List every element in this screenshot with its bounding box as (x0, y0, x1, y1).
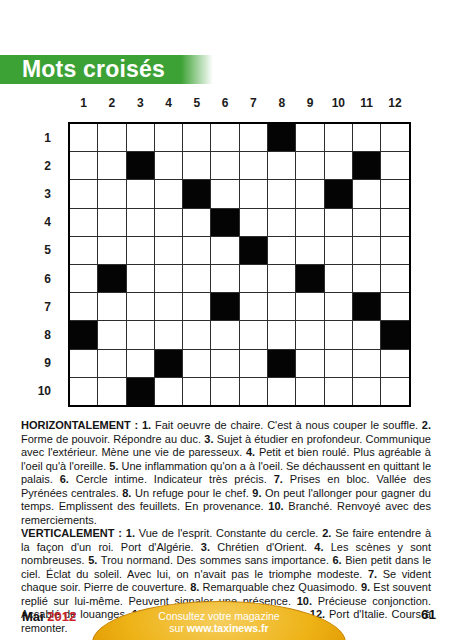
grid-cell[interactable] (381, 378, 408, 405)
grid-cell[interactable] (70, 237, 97, 264)
grid-cell[interactable] (70, 293, 97, 320)
promo-prefix: sur (169, 622, 187, 634)
clue-text: Trou normand. Des sommes sans importance… (101, 554, 333, 566)
col-label: 4 (155, 96, 182, 110)
clue-number: 6. (333, 554, 346, 566)
issue-date: Mai 2012 (22, 609, 76, 624)
clue-number: 1. (126, 527, 139, 539)
grid-cell[interactable] (381, 293, 408, 320)
grid-cell[interactable] (183, 209, 210, 236)
grid-cell[interactable] (70, 265, 97, 292)
grid-cell[interactable] (381, 350, 408, 377)
grid-cell[interactable] (127, 180, 154, 207)
grid-cell[interactable] (240, 180, 267, 207)
grid-cell[interactable] (155, 293, 182, 320)
grid-cell-black (155, 350, 182, 377)
grid-cell[interactable] (240, 265, 267, 292)
grid-cell-black (211, 209, 238, 236)
col-label: 8 (268, 96, 295, 110)
row-label: 6 (30, 265, 60, 292)
clue-text: Un refuge pour le chef. (135, 487, 252, 499)
row-label: 2 (30, 152, 60, 179)
clue-number: 7. (368, 568, 383, 580)
grid-cell[interactable] (381, 237, 408, 264)
grid-cell[interactable] (240, 209, 267, 236)
clue-text: Forme de pouvoir. Répondre au duc. (21, 433, 204, 445)
grid-cell[interactable] (268, 265, 295, 292)
grid-cell[interactable] (268, 293, 295, 320)
grid-cell[interactable] (183, 350, 210, 377)
grid-cell[interactable] (98, 237, 125, 264)
grid-cell[interactable] (127, 321, 154, 348)
grid-cell[interactable] (98, 293, 125, 320)
clue-number: 3. (201, 541, 217, 553)
grid-cell[interactable] (268, 152, 295, 179)
grid-cell[interactable] (381, 209, 408, 236)
grid-cell[interactable] (381, 152, 408, 179)
col-label: 2 (98, 96, 125, 110)
grid-cell[interactable] (183, 237, 210, 264)
grid-cell[interactable] (353, 180, 380, 207)
grid-row-labels: 12345678910 (30, 124, 60, 405)
clue-number: 2. (422, 419, 431, 431)
grid-cell[interactable] (353, 209, 380, 236)
clue-number: 8. (190, 581, 202, 593)
grid-cell-black (127, 152, 154, 179)
col-label: 7 (240, 96, 267, 110)
grid-cell[interactable] (98, 321, 125, 348)
clue-text: Fait oeuvre de chaire. C'est à nous coup… (155, 419, 422, 431)
grid-cell[interactable] (381, 124, 408, 151)
grid-cell[interactable] (127, 237, 154, 264)
grid-cell[interactable] (353, 124, 380, 151)
grid-cell-black (183, 180, 210, 207)
grid-cell[interactable] (325, 265, 352, 292)
row-label: 10 (30, 378, 60, 405)
grid-cell[interactable] (381, 180, 408, 207)
grid-cell[interactable] (211, 350, 238, 377)
grid-cell[interactable] (296, 152, 323, 179)
grid-cell[interactable] (98, 350, 125, 377)
grid-cell[interactable] (353, 321, 380, 348)
grid-cell-black (325, 180, 352, 207)
col-label: 3 (127, 96, 154, 110)
grid-cell[interactable] (325, 209, 352, 236)
grid-cell[interactable] (240, 378, 267, 405)
grid-cell-black (296, 265, 323, 292)
row-label: 5 (30, 237, 60, 264)
clue-number: 2. (322, 527, 335, 539)
grid-cell[interactable] (98, 124, 125, 151)
grid-cell[interactable] (70, 378, 97, 405)
grid-cell[interactable] (211, 321, 238, 348)
col-label: 11 (353, 96, 380, 110)
grid-cell-black (353, 293, 380, 320)
magazine-page: Mots croisés 123456789101112 12345678910… (0, 0, 451, 640)
grid-cell[interactable] (353, 237, 380, 264)
grid-cell[interactable] (155, 237, 182, 264)
grid-cell[interactable] (211, 237, 238, 264)
down-label: VERTICALEMENT : (21, 527, 126, 539)
promo-text: Consultez votre magazine (93, 610, 345, 622)
clue-number: 9. (252, 487, 265, 499)
grid-cell[interactable] (381, 265, 408, 292)
grid-cell[interactable] (296, 350, 323, 377)
clue-text: Remarquable chez Quasimodo. (203, 581, 361, 593)
grid-cell[interactable] (98, 378, 125, 405)
grid-cell-black (268, 350, 295, 377)
col-label: 5 (183, 96, 210, 110)
grid-cell[interactable] (98, 152, 125, 179)
grid-cell-black (240, 237, 267, 264)
clue-number: 5. (88, 554, 101, 566)
grid-cell[interactable] (127, 293, 154, 320)
clue-number: 4. (246, 446, 259, 458)
grid-cell[interactable] (155, 180, 182, 207)
grid-cell[interactable] (240, 152, 267, 179)
clue-number: 10. (268, 500, 288, 512)
grid-cell[interactable] (240, 124, 267, 151)
grid-cell[interactable] (325, 321, 352, 348)
grid-cell[interactable] (155, 265, 182, 292)
col-label: 6 (211, 96, 238, 110)
row-label: 4 (30, 209, 60, 236)
promo-text-2: sur www.taxinews.fr (93, 622, 345, 634)
grid-cell[interactable] (183, 124, 210, 151)
grid-cell[interactable] (353, 378, 380, 405)
grid-cell[interactable] (70, 180, 97, 207)
grid-cell-black (211, 293, 238, 320)
grid-cell[interactable] (155, 124, 182, 151)
promo-url: www.taxinews.fr (187, 622, 269, 634)
grid-cell[interactable] (211, 124, 238, 151)
grid-cell[interactable] (296, 180, 323, 207)
page-number: 61 (421, 607, 436, 622)
issue-year: 2012 (47, 609, 76, 624)
grid-cell-black (353, 152, 380, 179)
section-banner: Mots croisés (0, 55, 213, 84)
grid-cell[interactable] (183, 378, 210, 405)
grid-cell[interactable] (127, 124, 154, 151)
grid-cell[interactable] (296, 209, 323, 236)
grid-cell[interactable] (155, 209, 182, 236)
grid-cell[interactable] (240, 350, 267, 377)
grid-cell[interactable] (296, 293, 323, 320)
grid-cell[interactable] (268, 209, 295, 236)
clue-number: 3. (204, 433, 216, 445)
clue-number: 8. (122, 487, 135, 499)
grid-cell-black (98, 265, 125, 292)
clue-number: 6. (60, 473, 76, 485)
row-label: 7 (30, 293, 60, 320)
grid-cell[interactable] (211, 378, 238, 405)
col-label: 12 (381, 96, 408, 110)
grid-cell[interactable] (155, 321, 182, 348)
grid-cell[interactable] (325, 152, 352, 179)
grid-cell[interactable] (183, 152, 210, 179)
grid-cell[interactable] (98, 180, 125, 207)
grid-cell[interactable] (240, 293, 267, 320)
clue-text: Cercle intime. Indicateur très précis. (76, 473, 274, 485)
grid-cell[interactable] (183, 265, 210, 292)
grid-cell[interactable] (296, 237, 323, 264)
row-label: 8 (30, 321, 60, 348)
grid-cell[interactable] (211, 180, 238, 207)
clue-number: 1. (142, 419, 155, 431)
grid-cell[interactable] (296, 378, 323, 405)
crossword-grid (68, 122, 411, 407)
clue-text: Vue de l'esprit. Constante du cercle. (139, 527, 322, 539)
across-label: HORIZONTALEMENT : (21, 419, 142, 431)
grid-cell[interactable] (296, 321, 323, 348)
grid-cell[interactable] (353, 265, 380, 292)
grid-cell[interactable] (296, 124, 323, 151)
page-title: Mots croisés (0, 55, 165, 84)
clue-number: 5. (109, 460, 121, 472)
clue-number: 4. (314, 541, 330, 553)
grid-cell[interactable] (211, 265, 238, 292)
grid-cell[interactable] (211, 152, 238, 179)
row-label: 9 (30, 350, 60, 377)
grid-cell[interactable] (268, 321, 295, 348)
grid-cell[interactable] (127, 209, 154, 236)
across-clues: HORIZONTALEMENT : 1. Fait oeuvre de chai… (21, 419, 431, 527)
grid-cell-black (268, 124, 295, 151)
grid-cell[interactable] (325, 237, 352, 264)
clue-number: 9. (361, 581, 373, 593)
grid-cell[interactable] (240, 321, 267, 348)
grid-cell-black (381, 321, 408, 348)
grid-cell[interactable] (70, 350, 97, 377)
grid-cell[interactable] (325, 378, 352, 405)
clue-number: 10. (297, 595, 318, 607)
grid-cell-black (127, 378, 154, 405)
grid-cell[interactable] (98, 209, 125, 236)
grid-cell[interactable] (183, 293, 210, 320)
row-label: 3 (30, 180, 60, 207)
grid-cell[interactable] (127, 265, 154, 292)
clue-number: 7. (274, 473, 290, 485)
grid-cell[interactable] (70, 152, 97, 179)
grid-cell[interactable] (325, 350, 352, 377)
issue-month: Mai (22, 609, 44, 624)
grid-cell[interactable] (70, 209, 97, 236)
grid-cell[interactable] (268, 180, 295, 207)
clue-text: Chrétien d'Orient. (217, 541, 314, 553)
col-label: 9 (296, 96, 323, 110)
grid-cell[interactable] (127, 350, 154, 377)
grid-cell[interactable] (268, 378, 295, 405)
col-label: 10 (325, 96, 352, 110)
grid-cell[interactable] (353, 350, 380, 377)
grid-cell-black (70, 321, 97, 348)
grid-cell[interactable] (183, 321, 210, 348)
grid-cell[interactable] (70, 124, 97, 151)
grid-cell[interactable] (325, 124, 352, 151)
row-label: 1 (30, 124, 60, 151)
grid-cell[interactable] (325, 293, 352, 320)
grid-cell[interactable] (268, 237, 295, 264)
grid-cell[interactable] (155, 152, 182, 179)
grid-cell[interactable] (155, 378, 182, 405)
grid-column-labels: 123456789101112 (70, 96, 409, 110)
col-label: 1 (70, 96, 97, 110)
